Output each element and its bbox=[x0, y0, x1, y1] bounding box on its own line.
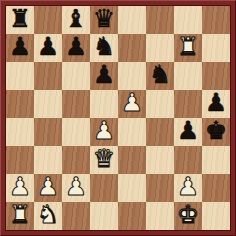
square-g8[interactable] bbox=[174, 6, 202, 34]
square-e4[interactable] bbox=[118, 118, 146, 146]
square-a5[interactable] bbox=[6, 90, 34, 118]
square-e1[interactable] bbox=[118, 202, 146, 230]
square-d3[interactable]: ♛ bbox=[90, 146, 118, 174]
square-b7[interactable]: ♟ bbox=[34, 34, 62, 62]
square-f3[interactable] bbox=[146, 146, 174, 174]
piece-white-pawn[interactable]: ♟ bbox=[65, 174, 87, 201]
square-h1[interactable] bbox=[202, 202, 230, 230]
square-c6[interactable] bbox=[62, 62, 90, 90]
piece-black-pawn[interactable]: ♟ bbox=[205, 90, 227, 117]
square-d8[interactable]: ♛ bbox=[90, 6, 118, 34]
square-a8[interactable]: ♜ bbox=[6, 6, 34, 34]
piece-white-knight[interactable]: ♞ bbox=[37, 202, 59, 229]
square-h8[interactable] bbox=[202, 6, 230, 34]
square-b6[interactable] bbox=[34, 62, 62, 90]
square-f1[interactable] bbox=[146, 202, 174, 230]
piece-black-pawn[interactable]: ♟ bbox=[37, 34, 59, 61]
square-f5[interactable] bbox=[146, 90, 174, 118]
piece-black-pawn[interactable]: ♟ bbox=[177, 118, 199, 145]
chess-board: ♜♝♛♟♟♟♞♜♟♞♟♟♟♟♚♛♟♟♟♟♜♞♚ bbox=[6, 6, 230, 230]
square-h5[interactable]: ♟ bbox=[202, 90, 230, 118]
square-g2[interactable]: ♟ bbox=[174, 174, 202, 202]
square-e8[interactable] bbox=[118, 6, 146, 34]
square-a4[interactable] bbox=[6, 118, 34, 146]
square-h4[interactable]: ♚ bbox=[202, 118, 230, 146]
square-h3[interactable] bbox=[202, 146, 230, 174]
square-e7[interactable] bbox=[118, 34, 146, 62]
square-f8[interactable] bbox=[146, 6, 174, 34]
square-e6[interactable] bbox=[118, 62, 146, 90]
square-h2[interactable] bbox=[202, 174, 230, 202]
square-g4[interactable]: ♟ bbox=[174, 118, 202, 146]
square-a6[interactable] bbox=[6, 62, 34, 90]
square-b3[interactable] bbox=[34, 146, 62, 174]
square-d2[interactable] bbox=[90, 174, 118, 202]
square-e5[interactable]: ♟ bbox=[118, 90, 146, 118]
square-c5[interactable] bbox=[62, 90, 90, 118]
piece-black-pawn[interactable]: ♟ bbox=[9, 34, 31, 61]
piece-white-king[interactable]: ♚ bbox=[177, 202, 199, 229]
piece-black-bishop[interactable]: ♝ bbox=[65, 6, 87, 33]
piece-white-pawn[interactable]: ♟ bbox=[9, 174, 31, 201]
square-f2[interactable] bbox=[146, 174, 174, 202]
square-c1[interactable] bbox=[62, 202, 90, 230]
piece-black-rook[interactable]: ♜ bbox=[9, 6, 31, 33]
square-f7[interactable] bbox=[146, 34, 174, 62]
square-a3[interactable] bbox=[6, 146, 34, 174]
square-b2[interactable]: ♟ bbox=[34, 174, 62, 202]
piece-white-rook[interactable]: ♜ bbox=[9, 202, 31, 229]
square-a7[interactable]: ♟ bbox=[6, 34, 34, 62]
piece-black-pawn[interactable]: ♟ bbox=[65, 34, 87, 61]
board-frame: ♜♝♛♟♟♟♞♜♟♞♟♟♟♟♚♛♟♟♟♟♜♞♚ bbox=[0, 0, 236, 236]
piece-white-pawn[interactable]: ♟ bbox=[93, 118, 115, 145]
square-g1[interactable]: ♚ bbox=[174, 202, 202, 230]
square-a1[interactable]: ♜ bbox=[6, 202, 34, 230]
piece-black-queen[interactable]: ♛ bbox=[93, 6, 115, 33]
square-d5[interactable] bbox=[90, 90, 118, 118]
square-b5[interactable] bbox=[34, 90, 62, 118]
square-e2[interactable] bbox=[118, 174, 146, 202]
square-d7[interactable]: ♞ bbox=[90, 34, 118, 62]
square-f4[interactable] bbox=[146, 118, 174, 146]
square-b8[interactable] bbox=[34, 6, 62, 34]
square-c8[interactable]: ♝ bbox=[62, 6, 90, 34]
square-h6[interactable] bbox=[202, 62, 230, 90]
square-h7[interactable] bbox=[202, 34, 230, 62]
square-c7[interactable]: ♟ bbox=[62, 34, 90, 62]
piece-black-king[interactable]: ♚ bbox=[205, 118, 227, 145]
square-f6[interactable]: ♞ bbox=[146, 62, 174, 90]
piece-white-pawn[interactable]: ♟ bbox=[177, 174, 199, 201]
square-e3[interactable] bbox=[118, 146, 146, 174]
piece-black-knight[interactable]: ♞ bbox=[149, 62, 171, 89]
square-b4[interactable] bbox=[34, 118, 62, 146]
square-d6[interactable]: ♟ bbox=[90, 62, 118, 90]
piece-white-rook[interactable]: ♜ bbox=[177, 34, 199, 61]
square-b1[interactable]: ♞ bbox=[34, 202, 62, 230]
piece-black-knight[interactable]: ♞ bbox=[93, 34, 115, 61]
square-c2[interactable]: ♟ bbox=[62, 174, 90, 202]
square-g7[interactable]: ♜ bbox=[174, 34, 202, 62]
piece-white-pawn[interactable]: ♟ bbox=[121, 90, 143, 117]
square-g3[interactable] bbox=[174, 146, 202, 174]
piece-white-queen[interactable]: ♛ bbox=[93, 146, 115, 173]
square-c3[interactable] bbox=[62, 146, 90, 174]
square-g5[interactable] bbox=[174, 90, 202, 118]
square-d4[interactable]: ♟ bbox=[90, 118, 118, 146]
square-d1[interactable] bbox=[90, 202, 118, 230]
square-c4[interactable] bbox=[62, 118, 90, 146]
square-g6[interactable] bbox=[174, 62, 202, 90]
square-a2[interactable]: ♟ bbox=[6, 174, 34, 202]
piece-white-pawn[interactable]: ♟ bbox=[37, 174, 59, 201]
piece-black-pawn[interactable]: ♟ bbox=[93, 62, 115, 89]
